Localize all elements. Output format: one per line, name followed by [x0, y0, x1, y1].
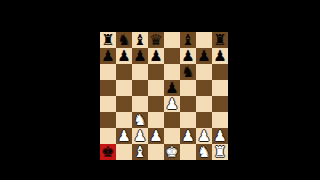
square-b1[interactable]	[116, 144, 132, 160]
square-d4[interactable]	[148, 96, 164, 112]
square-c7[interactable]: ♟	[132, 48, 148, 64]
black-pawn: ♟	[165, 80, 178, 96]
square-e7[interactable]	[164, 48, 180, 64]
square-a4[interactable]	[100, 96, 116, 112]
square-g3[interactable]	[196, 112, 212, 128]
square-d8[interactable]: ♛	[148, 32, 164, 48]
white-pawn: ♟	[181, 128, 194, 144]
chess-board: ♜♞♝♛♝♜♟♟♟♟♟♟♟♞♟♟♞♟♟♟♟♟♟♚♝♚♞♜	[100, 32, 228, 160]
square-a5[interactable]	[100, 80, 116, 96]
square-f3[interactable]	[180, 112, 196, 128]
square-h2[interactable]: ♟	[212, 128, 228, 144]
square-f2[interactable]: ♟	[180, 128, 196, 144]
square-b4[interactable]	[116, 96, 132, 112]
white-pawn: ♟	[197, 128, 210, 144]
square-e3[interactable]	[164, 112, 180, 128]
square-h7[interactable]: ♟	[212, 48, 228, 64]
black-pawn: ♟	[213, 48, 226, 64]
square-g4[interactable]	[196, 96, 212, 112]
white-pawn: ♟	[133, 128, 146, 144]
white-pawn: ♟	[149, 128, 162, 144]
square-e2[interactable]	[164, 128, 180, 144]
square-a8[interactable]: ♜	[100, 32, 116, 48]
black-pawn: ♟	[149, 48, 162, 64]
black-pawn: ♟	[181, 48, 194, 64]
square-b3[interactable]	[116, 112, 132, 128]
square-c2[interactable]: ♟	[132, 128, 148, 144]
square-f5[interactable]	[180, 80, 196, 96]
square-e6[interactable]	[164, 64, 180, 80]
square-h3[interactable]	[212, 112, 228, 128]
square-d1[interactable]	[148, 144, 164, 160]
square-b5[interactable]	[116, 80, 132, 96]
square-g7[interactable]: ♟	[196, 48, 212, 64]
square-c3[interactable]: ♞	[132, 112, 148, 128]
white-pawn: ♟	[165, 96, 178, 112]
square-g2[interactable]: ♟	[196, 128, 212, 144]
square-b7[interactable]: ♟	[116, 48, 132, 64]
square-f6[interactable]: ♞	[180, 64, 196, 80]
square-h8[interactable]: ♜	[212, 32, 228, 48]
black-pawn: ♟	[133, 48, 146, 64]
white-knight: ♞	[197, 144, 210, 160]
square-c5[interactable]	[132, 80, 148, 96]
black-bishop: ♝	[181, 32, 194, 48]
square-g6[interactable]	[196, 64, 212, 80]
black-knight: ♞	[181, 64, 194, 80]
black-pawn: ♟	[101, 48, 114, 64]
square-h5[interactable]	[212, 80, 228, 96]
square-f7[interactable]: ♟	[180, 48, 196, 64]
square-a7[interactable]: ♟	[100, 48, 116, 64]
square-b2[interactable]: ♟	[116, 128, 132, 144]
black-bishop: ♝	[133, 32, 146, 48]
square-c8[interactable]: ♝	[132, 32, 148, 48]
square-d3[interactable]	[148, 112, 164, 128]
square-e5[interactable]: ♟	[164, 80, 180, 96]
square-e8[interactable]	[164, 32, 180, 48]
square-a2[interactable]	[100, 128, 116, 144]
square-d6[interactable]	[148, 64, 164, 80]
square-g1[interactable]: ♞	[196, 144, 212, 160]
square-a3[interactable]	[100, 112, 116, 128]
square-f8[interactable]: ♝	[180, 32, 196, 48]
white-pawn: ♟	[213, 128, 226, 144]
black-rook: ♜	[213, 32, 226, 48]
black-king: ♚	[101, 144, 114, 160]
white-pawn: ♟	[117, 128, 130, 144]
square-d2[interactable]: ♟	[148, 128, 164, 144]
square-e4[interactable]: ♟	[164, 96, 180, 112]
square-d7[interactable]: ♟	[148, 48, 164, 64]
square-a1[interactable]: ♚	[100, 144, 116, 160]
black-rook: ♜	[101, 32, 114, 48]
square-h4[interactable]	[212, 96, 228, 112]
black-queen: ♛	[149, 32, 162, 48]
square-g5[interactable]	[196, 80, 212, 96]
white-knight: ♞	[133, 112, 146, 128]
black-pawn: ♟	[117, 48, 130, 64]
square-a6[interactable]	[100, 64, 116, 80]
white-rook: ♜	[213, 144, 226, 160]
square-b8[interactable]: ♞	[116, 32, 132, 48]
white-bishop: ♝	[133, 144, 146, 160]
square-h6[interactable]	[212, 64, 228, 80]
square-h1[interactable]: ♜	[212, 144, 228, 160]
square-g8[interactable]	[196, 32, 212, 48]
black-knight: ♞	[117, 32, 130, 48]
square-b6[interactable]	[116, 64, 132, 80]
square-c1[interactable]: ♝	[132, 144, 148, 160]
square-f4[interactable]	[180, 96, 196, 112]
square-c4[interactable]	[132, 96, 148, 112]
square-f1[interactable]	[180, 144, 196, 160]
black-pawn: ♟	[197, 48, 210, 64]
white-king: ♚	[165, 144, 178, 160]
square-d5[interactable]	[148, 80, 164, 96]
square-c6[interactable]	[132, 64, 148, 80]
square-e1[interactable]: ♚	[164, 144, 180, 160]
app-screen: ♜♞♝♛♝♜♟♟♟♟♟♟♟♞♟♟♞♟♟♟♟♟♟♚♝♚♞♜	[0, 0, 320, 180]
